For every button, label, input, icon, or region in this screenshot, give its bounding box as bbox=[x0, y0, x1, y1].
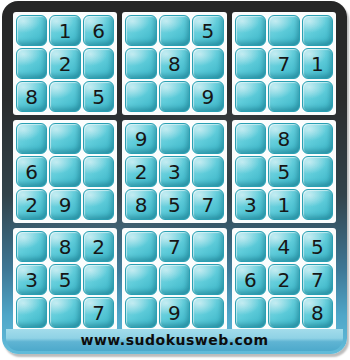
cell-r2c3[interactable] bbox=[83, 48, 114, 79]
cell-r9c4[interactable] bbox=[125, 297, 156, 328]
cell-r8c3[interactable] bbox=[83, 264, 114, 295]
sudoku-box-9: 456278 bbox=[232, 228, 336, 331]
sudoku-box-7: 82357 bbox=[13, 228, 117, 331]
cell-r7c1[interactable] bbox=[16, 231, 47, 262]
cell-r6c8[interactable]: 1 bbox=[268, 189, 299, 220]
cell-r6c9[interactable] bbox=[302, 189, 333, 220]
cell-r8c4[interactable] bbox=[125, 264, 156, 295]
cell-r4c3[interactable] bbox=[83, 123, 114, 154]
cell-r1c2[interactable]: 1 bbox=[49, 15, 80, 46]
cell-r4c1[interactable] bbox=[16, 123, 47, 154]
sudoku-box-1: 16285 bbox=[13, 12, 117, 115]
cell-r6c4[interactable]: 8 bbox=[125, 189, 156, 220]
sudoku-board: 162855897162992385785318235779456278 bbox=[13, 12, 336, 331]
cell-r3c8[interactable] bbox=[268, 81, 299, 112]
cell-r2c4[interactable] bbox=[125, 48, 156, 79]
cell-r9c5[interactable]: 9 bbox=[159, 297, 190, 328]
cell-r7c9[interactable]: 5 bbox=[302, 231, 333, 262]
cell-r6c7[interactable]: 3 bbox=[235, 189, 266, 220]
cell-r3c4[interactable] bbox=[125, 81, 156, 112]
cell-r5c7[interactable] bbox=[235, 156, 266, 187]
cell-r6c5[interactable]: 5 bbox=[159, 189, 190, 220]
cell-r9c6[interactable] bbox=[192, 297, 223, 328]
cell-r5c9[interactable] bbox=[302, 156, 333, 187]
cell-r5c3[interactable] bbox=[83, 156, 114, 187]
cell-r1c3[interactable]: 6 bbox=[83, 15, 114, 46]
cell-r7c3[interactable]: 2 bbox=[83, 231, 114, 262]
cell-r2c7[interactable] bbox=[235, 48, 266, 79]
sudoku-puzzle-image: 162855897162992385785318235779456278 www… bbox=[0, 0, 350, 360]
sudoku-box-4: 629 bbox=[13, 120, 117, 223]
cell-r4c5[interactable] bbox=[159, 123, 190, 154]
cell-r4c9[interactable] bbox=[302, 123, 333, 154]
cell-r9c1[interactable] bbox=[16, 297, 47, 328]
cell-r8c6[interactable] bbox=[192, 264, 223, 295]
board-frame: 162855897162992385785318235779456278 www… bbox=[2, 1, 347, 354]
cell-r3c3[interactable]: 5 bbox=[83, 81, 114, 112]
cell-r8c8[interactable]: 2 bbox=[268, 264, 299, 295]
cell-r9c7[interactable] bbox=[235, 297, 266, 328]
cell-r5c4[interactable]: 2 bbox=[125, 156, 156, 187]
cell-r8c5[interactable] bbox=[159, 264, 190, 295]
sudoku-box-8: 79 bbox=[122, 228, 226, 331]
footer-bar: www.sudokusweb.com bbox=[6, 329, 343, 351]
cell-r1c8[interactable] bbox=[268, 15, 299, 46]
cell-r3c2[interactable] bbox=[49, 81, 80, 112]
cell-r4c2[interactable] bbox=[49, 123, 80, 154]
cell-r2c9[interactable]: 1 bbox=[302, 48, 333, 79]
sudoku-box-2: 589 bbox=[122, 12, 226, 115]
cell-r7c8[interactable]: 4 bbox=[268, 231, 299, 262]
cell-r8c7[interactable]: 6 bbox=[235, 264, 266, 295]
cell-r3c5[interactable] bbox=[159, 81, 190, 112]
cell-r3c9[interactable] bbox=[302, 81, 333, 112]
cell-r5c2[interactable] bbox=[49, 156, 80, 187]
cell-r8c2[interactable]: 5 bbox=[49, 264, 80, 295]
cell-r6c3[interactable] bbox=[83, 189, 114, 220]
cell-r3c6[interactable]: 9 bbox=[192, 81, 223, 112]
sudoku-box-6: 8531 bbox=[232, 120, 336, 223]
sudoku-box-3: 71 bbox=[232, 12, 336, 115]
cell-r2c5[interactable]: 8 bbox=[159, 48, 190, 79]
cell-r3c1[interactable]: 8 bbox=[16, 81, 47, 112]
cell-r8c9[interactable]: 7 bbox=[302, 264, 333, 295]
cell-r2c1[interactable] bbox=[16, 48, 47, 79]
cell-r5c1[interactable]: 6 bbox=[16, 156, 47, 187]
cell-r5c6[interactable] bbox=[192, 156, 223, 187]
cell-r6c2[interactable]: 9 bbox=[49, 189, 80, 220]
sudoku-box-5: 923857 bbox=[122, 120, 226, 223]
cell-r4c6[interactable] bbox=[192, 123, 223, 154]
cell-r1c5[interactable] bbox=[159, 15, 190, 46]
cell-r7c7[interactable] bbox=[235, 231, 266, 262]
cell-r1c6[interactable]: 5 bbox=[192, 15, 223, 46]
cell-r1c7[interactable] bbox=[235, 15, 266, 46]
cell-r7c4[interactable] bbox=[125, 231, 156, 262]
cell-r6c1[interactable]: 2 bbox=[16, 189, 47, 220]
cell-r2c2[interactable]: 2 bbox=[49, 48, 80, 79]
cell-r9c2[interactable] bbox=[49, 297, 80, 328]
cell-r7c5[interactable]: 7 bbox=[159, 231, 190, 262]
cell-r1c9[interactable] bbox=[302, 15, 333, 46]
cell-r7c2[interactable]: 8 bbox=[49, 231, 80, 262]
cell-r9c8[interactable] bbox=[268, 297, 299, 328]
cell-r4c8[interactable]: 8 bbox=[268, 123, 299, 154]
cell-r1c4[interactable] bbox=[125, 15, 156, 46]
cell-r7c6[interactable] bbox=[192, 231, 223, 262]
site-url[interactable]: www.sudokusweb.com bbox=[80, 332, 268, 348]
cell-r2c6[interactable] bbox=[192, 48, 223, 79]
cell-r1c1[interactable] bbox=[16, 15, 47, 46]
cell-r5c8[interactable]: 5 bbox=[268, 156, 299, 187]
cell-r9c9[interactable]: 8 bbox=[302, 297, 333, 328]
cell-r4c7[interactable] bbox=[235, 123, 266, 154]
cell-r9c3[interactable]: 7 bbox=[83, 297, 114, 328]
cell-r4c4[interactable]: 9 bbox=[125, 123, 156, 154]
cell-r8c1[interactable]: 3 bbox=[16, 264, 47, 295]
cell-r5c5[interactable]: 3 bbox=[159, 156, 190, 187]
cell-r6c6[interactable]: 7 bbox=[192, 189, 223, 220]
cell-r3c7[interactable] bbox=[235, 81, 266, 112]
cell-r2c8[interactable]: 7 bbox=[268, 48, 299, 79]
